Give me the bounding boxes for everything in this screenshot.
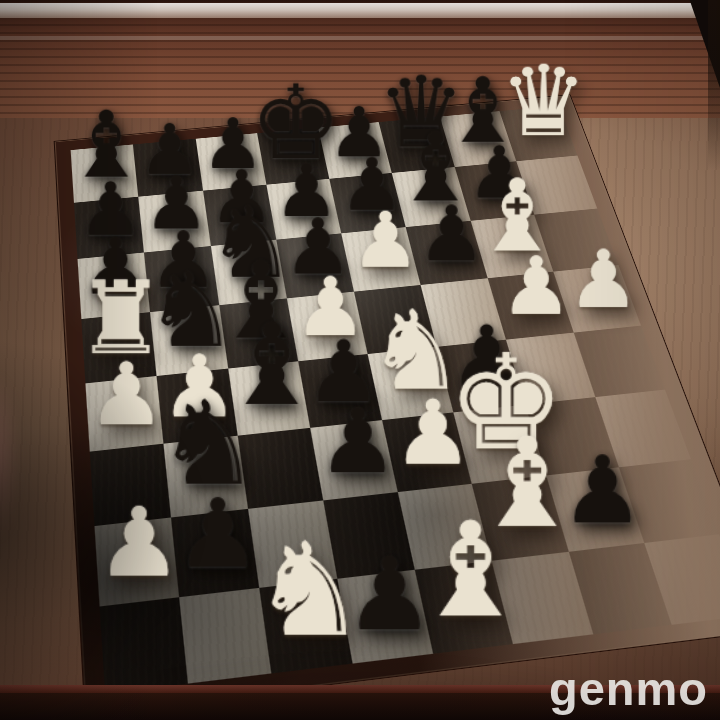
piece-white-pawn-e3[interactable]: ♟	[392, 388, 472, 477]
top-highlight-stripe-2	[0, 36, 720, 40]
piece-white-knight-c1[interactable]: ♞	[251, 526, 367, 656]
square-g1[interactable]	[568, 543, 671, 634]
piece-white-pawn-h5[interactable]: ♟	[568, 239, 640, 319]
piece-black-pawn-d3[interactable]: ♟	[318, 396, 399, 486]
square-a1[interactable]	[100, 597, 189, 693]
square-h4[interactable]	[573, 325, 665, 397]
right-edge-shadow	[708, 0, 720, 170]
piece-black-pawn-f6[interactable]: ♟	[417, 196, 486, 273]
blurred-object-left-edge	[0, 372, 20, 542]
piece-white-pawn-a2[interactable]: ♟	[96, 494, 182, 590]
watermark-text: genmo	[549, 661, 708, 716]
chess-photo-scene: ♝♟♟♚♟♛♝♛♟♟♟♟♟♝♟♟♟♞♟♟♟♝♜♞♝♟♟♟♟♟♝♟♞♟♞♟♟♚♟♟…	[0, 0, 720, 720]
top-highlight-stripe	[0, 3, 720, 18]
piece-white-pawn-a4[interactable]: ♟	[87, 351, 164, 437]
square-h1[interactable]	[644, 534, 720, 624]
piece-black-pawn-b2[interactable]: ♟	[175, 485, 261, 580]
